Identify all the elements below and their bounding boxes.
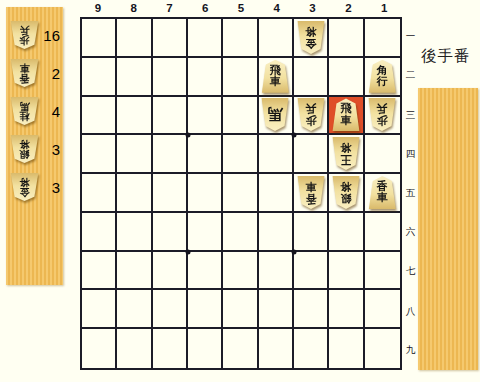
square-1-2[interactable]: 角行 — [365, 58, 400, 97]
gote-pawn-piece[interactable]: 歩兵 — [297, 98, 325, 131]
square-7-3[interactable] — [153, 97, 188, 136]
sente-lance-piece[interactable]: 香車 — [368, 176, 396, 209]
gote-king-piece[interactable]: 王将 — [332, 137, 360, 170]
square-3-3[interactable]: 歩兵 — [294, 97, 329, 136]
square-5-6[interactable] — [223, 213, 258, 252]
square-3-4[interactable] — [294, 135, 329, 174]
square-4-5[interactable] — [259, 174, 294, 213]
hand-row-silver: 銀将3 — [6, 130, 63, 168]
square-2-2[interactable] — [329, 58, 364, 97]
file-label-7: 7 — [152, 0, 188, 16]
square-6-6[interactable] — [188, 213, 223, 252]
rank-label-7: 七 — [403, 252, 418, 291]
square-8-9[interactable] — [117, 329, 152, 368]
square-1-3[interactable]: 歩兵 — [365, 97, 400, 136]
square-6-4[interactable] — [188, 135, 223, 174]
square-6-1[interactable] — [188, 19, 223, 58]
square-5-4[interactable] — [223, 135, 258, 174]
square-8-6[interactable] — [117, 213, 152, 252]
square-6-8[interactable] — [188, 290, 223, 329]
square-9-8[interactable] — [82, 290, 117, 329]
square-3-6[interactable] — [294, 213, 329, 252]
square-8-7[interactable] — [117, 252, 152, 291]
square-5-7[interactable] — [223, 252, 258, 291]
square-8-8[interactable] — [117, 290, 152, 329]
square-5-8[interactable] — [223, 290, 258, 329]
gote-hand-gold-piece[interactable]: 金将 — [10, 173, 39, 201]
square-9-1[interactable] — [82, 19, 117, 58]
square-8-5[interactable] — [117, 174, 152, 213]
square-4-6[interactable] — [259, 213, 294, 252]
file-label-9: 9 — [80, 0, 116, 16]
square-7-2[interactable] — [153, 58, 188, 97]
hand-count-silver: 3 — [52, 141, 60, 158]
hand-row-pawn: 歩兵16 — [6, 16, 63, 54]
gote-hand-lance-piece[interactable]: 香車 — [10, 59, 39, 87]
square-5-5[interactable] — [223, 174, 258, 213]
file-label-3: 3 — [295, 0, 331, 16]
sente-rook-piece[interactable]: 飛車 — [332, 98, 360, 131]
square-6-5[interactable] — [188, 174, 223, 213]
file-label-2: 2 — [330, 0, 366, 16]
star-point — [186, 249, 191, 254]
square-6-9[interactable] — [188, 329, 223, 368]
square-3-7[interactable] — [294, 252, 329, 291]
square-4-3[interactable]: 馬 — [259, 97, 294, 136]
square-7-5[interactable] — [153, 174, 188, 213]
square-1-6[interactable] — [365, 213, 400, 252]
gote-silver-piece[interactable]: 銀将 — [332, 176, 360, 209]
rank-label-2: 二 — [403, 56, 418, 95]
square-6-3[interactable] — [188, 97, 223, 136]
rank-label-4: 四 — [403, 135, 418, 174]
file-coordinates: 987654321 — [80, 0, 402, 16]
square-1-7[interactable] — [365, 252, 400, 291]
rank-label-8: 八 — [403, 292, 418, 331]
square-2-1[interactable] — [329, 19, 364, 58]
square-3-8[interactable] — [294, 290, 329, 329]
square-7-9[interactable] — [153, 329, 188, 368]
gote-hand-silver-piece[interactable]: 銀将 — [10, 135, 39, 163]
gote-pawn-piece[interactable]: 歩兵 — [368, 98, 396, 131]
square-2-5[interactable]: 銀将 — [329, 174, 364, 213]
gote-captured-tray: 歩兵16香車2桂馬4銀将3金将3 — [6, 7, 63, 285]
square-2-9[interactable] — [329, 329, 364, 368]
square-8-2[interactable] — [117, 58, 152, 97]
hand-count-knight: 4 — [52, 103, 60, 120]
square-4-9[interactable] — [259, 329, 294, 368]
hand-count-gold: 3 — [52, 179, 60, 196]
square-8-1[interactable] — [117, 19, 152, 58]
square-9-9[interactable] — [82, 329, 117, 368]
file-label-6: 6 — [187, 0, 223, 16]
square-7-4[interactable] — [153, 135, 188, 174]
square-1-4[interactable] — [365, 135, 400, 174]
square-2-4[interactable]: 王将 — [329, 135, 364, 174]
star-point — [292, 133, 297, 138]
square-4-1[interactable] — [259, 19, 294, 58]
square-4-4[interactable] — [259, 135, 294, 174]
square-4-7[interactable] — [259, 252, 294, 291]
square-3-1[interactable]: 金将 — [294, 19, 329, 58]
square-1-9[interactable] — [365, 329, 400, 368]
gote-hand-pawn-piece[interactable]: 歩兵 — [10, 21, 39, 49]
square-8-4[interactable] — [117, 135, 152, 174]
rank-label-3: 三 — [403, 95, 418, 134]
square-6-2[interactable] — [188, 58, 223, 97]
gote-lance-piece[interactable]: 香車 — [297, 176, 325, 209]
square-2-3[interactable]: 飛車 — [329, 97, 364, 136]
square-5-3[interactable] — [223, 97, 258, 136]
gote-gold-piece[interactable]: 金将 — [297, 21, 325, 54]
square-7-6[interactable] — [153, 213, 188, 252]
square-6-7[interactable] — [188, 252, 223, 291]
gote-promoted-bishop-piece[interactable]: 馬 — [261, 98, 289, 131]
star-point — [186, 133, 191, 138]
square-9-2[interactable] — [82, 58, 117, 97]
file-label-4: 4 — [259, 0, 295, 16]
sente-rook-piece[interactable]: 飛車 — [261, 60, 289, 93]
square-9-5[interactable] — [82, 174, 117, 213]
square-9-7[interactable] — [82, 252, 117, 291]
square-5-1[interactable] — [223, 19, 258, 58]
square-9-4[interactable] — [82, 135, 117, 174]
square-1-1[interactable] — [365, 19, 400, 58]
square-7-1[interactable] — [153, 19, 188, 58]
turn-indicator: 後手番 — [421, 46, 477, 67]
square-8-3[interactable] — [117, 97, 152, 136]
square-3-5[interactable]: 香車 — [294, 174, 329, 213]
square-7-8[interactable] — [153, 290, 188, 329]
rank-label-9: 九 — [403, 331, 418, 370]
hand-count-lance: 2 — [52, 65, 60, 82]
star-point — [292, 249, 297, 254]
rank-label-5: 五 — [403, 174, 418, 213]
shogi-board: 金将飛車角行馬歩兵飛車歩兵王将香車銀将香車 — [80, 17, 402, 370]
hand-count-pawn: 16 — [43, 27, 60, 44]
file-label-5: 5 — [223, 0, 259, 16]
square-2-7[interactable] — [329, 252, 364, 291]
square-2-6[interactable] — [329, 213, 364, 252]
square-3-9[interactable] — [294, 329, 329, 368]
sente-bishop-piece[interactable]: 角行 — [368, 60, 396, 93]
square-7-7[interactable] — [153, 252, 188, 291]
square-2-8[interactable] — [329, 290, 364, 329]
square-4-8[interactable] — [259, 290, 294, 329]
square-5-9[interactable] — [223, 329, 258, 368]
square-3-2[interactable] — [294, 58, 329, 97]
sente-captured-tray — [418, 88, 478, 370]
square-4-2[interactable]: 飛車 — [259, 58, 294, 97]
rank-coordinates: 一二三四五六七八九 — [403, 17, 418, 370]
square-9-6[interactable] — [82, 213, 117, 252]
rank-label-1: 一 — [403, 17, 418, 56]
hand-row-gold: 金将3 — [6, 168, 63, 206]
square-1-8[interactable] — [365, 290, 400, 329]
square-5-2[interactable] — [223, 58, 258, 97]
square-9-3[interactable] — [82, 97, 117, 136]
square-1-5[interactable]: 香車 — [365, 174, 400, 213]
file-label-1: 1 — [366, 0, 402, 16]
hand-row-lance: 香車2 — [6, 54, 63, 92]
hand-row-knight: 桂馬4 — [6, 92, 63, 130]
gote-hand-knight-piece[interactable]: 桂馬 — [10, 97, 39, 125]
rank-label-6: 六 — [403, 213, 418, 252]
file-label-8: 8 — [116, 0, 152, 16]
